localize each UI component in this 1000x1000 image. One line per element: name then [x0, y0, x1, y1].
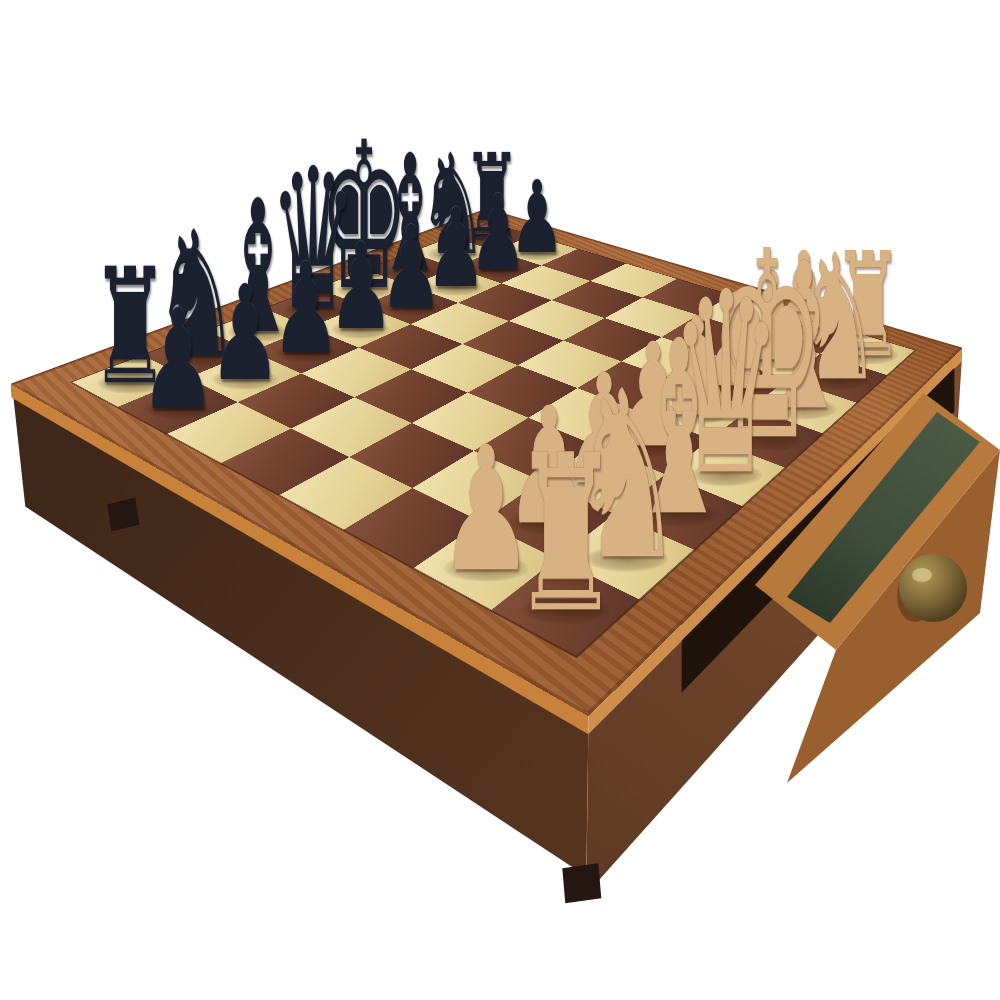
knob-highlight [912, 568, 932, 582]
drawer-knob [899, 554, 967, 622]
chess-set-photo: ♜♞♝♚♛♝♞♜♟♟♟♟♟♟♟♟♟♟♟♟♟♟♟♟♜♞♝♚♛♝♞♜ [0, 0, 1000, 1000]
box-foot-front [562, 863, 601, 903]
